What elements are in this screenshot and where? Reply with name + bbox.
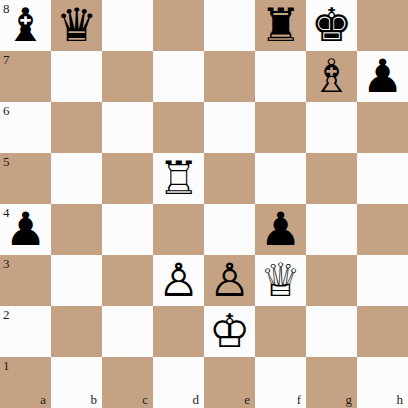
file-label-d: d <box>193 393 200 406</box>
square-c4[interactable] <box>102 204 153 255</box>
square-a6[interactable]: 6 <box>0 102 51 153</box>
file-label-e: e <box>244 393 250 406</box>
square-h3[interactable] <box>357 255 408 306</box>
rank-label-7: 7 <box>3 53 10 66</box>
square-h6[interactable] <box>357 102 408 153</box>
square-h8[interactable] <box>357 0 408 51</box>
square-d4[interactable] <box>153 204 204 255</box>
piece-white-pawn[interactable]: ♙ <box>209 255 250 306</box>
square-d2[interactable] <box>153 306 204 357</box>
square-c6[interactable] <box>102 102 153 153</box>
square-a4[interactable]: 4♟ <box>0 204 51 255</box>
square-a2[interactable]: 2 <box>0 306 51 357</box>
square-f8[interactable]: ♜ <box>255 0 306 51</box>
square-g7[interactable]: ♗ <box>306 51 357 102</box>
piece-black-bishop[interactable]: ♝ <box>5 0 46 51</box>
piece-black-rook[interactable]: ♜ <box>260 0 301 51</box>
square-f3[interactable]: ♕ <box>255 255 306 306</box>
piece-white-bishop[interactable]: ♗ <box>311 51 352 102</box>
square-e6[interactable] <box>204 102 255 153</box>
square-g6[interactable] <box>306 102 357 153</box>
square-f7[interactable] <box>255 51 306 102</box>
square-c7[interactable] <box>102 51 153 102</box>
square-h2[interactable] <box>357 306 408 357</box>
square-g3[interactable] <box>306 255 357 306</box>
file-label-c: c <box>142 393 148 406</box>
file-label-f: f <box>297 393 301 406</box>
rank-label-5: 5 <box>3 155 10 168</box>
square-d7[interactable] <box>153 51 204 102</box>
piece-black-pawn[interactable]: ♟ <box>362 51 403 102</box>
square-c2[interactable] <box>102 306 153 357</box>
piece-black-pawn[interactable]: ♟ <box>5 204 46 255</box>
square-e3[interactable]: ♙ <box>204 255 255 306</box>
chess-board: 8♝♛♜♚7♗♟65♖4♟♟3♙♙♕2♔1abcdefgh <box>0 0 408 408</box>
square-h1[interactable]: h <box>357 357 408 408</box>
piece-white-rook[interactable]: ♖ <box>158 153 199 204</box>
square-g2[interactable] <box>306 306 357 357</box>
square-c1[interactable]: c <box>102 357 153 408</box>
square-f4[interactable]: ♟ <box>255 204 306 255</box>
square-b5[interactable] <box>51 153 102 204</box>
square-d6[interactable] <box>153 102 204 153</box>
rank-label-2: 2 <box>3 308 10 321</box>
square-e5[interactable] <box>204 153 255 204</box>
square-e4[interactable] <box>204 204 255 255</box>
square-b1[interactable]: b <box>51 357 102 408</box>
square-a5[interactable]: 5 <box>0 153 51 204</box>
square-b6[interactable] <box>51 102 102 153</box>
file-label-a: a <box>40 393 46 406</box>
square-g8[interactable]: ♚ <box>306 0 357 51</box>
square-b7[interactable] <box>51 51 102 102</box>
piece-white-king[interactable]: ♔ <box>209 306 250 357</box>
square-h7[interactable]: ♟ <box>357 51 408 102</box>
file-label-h: h <box>397 393 404 406</box>
square-b4[interactable] <box>51 204 102 255</box>
square-e8[interactable] <box>204 0 255 51</box>
square-d5[interactable]: ♖ <box>153 153 204 204</box>
square-c8[interactable] <box>102 0 153 51</box>
file-label-b: b <box>91 393 98 406</box>
square-f5[interactable] <box>255 153 306 204</box>
rank-label-3: 3 <box>3 257 10 270</box>
piece-white-pawn[interactable]: ♙ <box>158 255 199 306</box>
square-d1[interactable]: d <box>153 357 204 408</box>
square-f1[interactable]: f <box>255 357 306 408</box>
square-a1[interactable]: 1a <box>0 357 51 408</box>
piece-black-queen[interactable]: ♛ <box>56 0 97 51</box>
square-f2[interactable] <box>255 306 306 357</box>
rank-label-6: 6 <box>3 104 10 117</box>
square-b2[interactable] <box>51 306 102 357</box>
square-d3[interactable]: ♙ <box>153 255 204 306</box>
square-h4[interactable] <box>357 204 408 255</box>
square-f6[interactable] <box>255 102 306 153</box>
piece-black-king[interactable]: ♚ <box>311 0 352 51</box>
square-a7[interactable]: 7 <box>0 51 51 102</box>
square-e7[interactable] <box>204 51 255 102</box>
square-c5[interactable] <box>102 153 153 204</box>
square-g1[interactable]: g <box>306 357 357 408</box>
square-g4[interactable] <box>306 204 357 255</box>
file-label-g: g <box>346 393 353 406</box>
square-b8[interactable]: ♛ <box>51 0 102 51</box>
square-a8[interactable]: 8♝ <box>0 0 51 51</box>
square-d8[interactable] <box>153 0 204 51</box>
square-e2[interactable]: ♔ <box>204 306 255 357</box>
square-c3[interactable] <box>102 255 153 306</box>
square-h5[interactable] <box>357 153 408 204</box>
square-e1[interactable]: e <box>204 357 255 408</box>
square-a3[interactable]: 3 <box>0 255 51 306</box>
piece-white-queen[interactable]: ♕ <box>260 255 301 306</box>
square-b3[interactable] <box>51 255 102 306</box>
piece-black-pawn[interactable]: ♟ <box>260 204 301 255</box>
square-g5[interactable] <box>306 153 357 204</box>
rank-label-1: 1 <box>3 359 10 372</box>
